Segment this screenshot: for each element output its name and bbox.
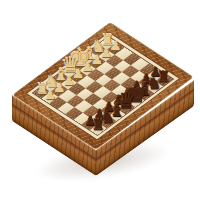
chess-set-photo: ♜♞♝♚♛♝♞♜♟♟♟♟♟♟♟♟♟♟♟♟♟♟♟♟♜♞♝♚♛♝♞♜ xyxy=(0,0,200,200)
